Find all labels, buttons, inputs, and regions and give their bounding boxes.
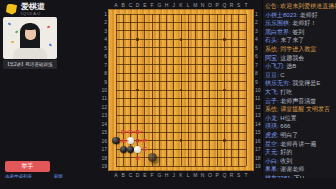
teacher-webcam	[3, 17, 57, 59]
col-label-bottom: B	[120, 172, 126, 178]
col-label-top: D	[135, 2, 141, 8]
chat-message[interactable]: 云子: 老师声音清楚	[265, 97, 336, 106]
star-point	[223, 38, 226, 41]
chat-message[interactable]: 公告: 欢迎来到爱棋道直播教室	[265, 2, 336, 11]
col-label-top: P	[214, 2, 220, 8]
star-point	[180, 139, 183, 142]
confetti	[11, 41, 14, 43]
chat-message[interactable]: 系统: 课堂提醒 文明发言	[265, 105, 336, 114]
grid-line-v	[246, 14, 247, 166]
row-label-left: 16	[99, 138, 107, 144]
confetti	[47, 26, 50, 28]
brand-logo-icon	[6, 4, 17, 15]
chat-panel[interactable]: 公告: 欢迎来到爱棋道直播教室小棋士8023: 老师好乐乐围棋: 老师好！黑白世…	[262, 0, 336, 189]
col-label-bottom: J	[171, 172, 177, 178]
board-label-E: E	[136, 138, 140, 144]
chat-message[interactable]: 棋乐无穷: 我觉得是E	[265, 79, 336, 88]
chat-message[interactable]: 乐乐围棋: 老师好！	[265, 19, 336, 28]
chat-username: 大飞:	[265, 89, 279, 95]
person-bangs	[23, 24, 37, 30]
bottom-toolbar: 12:30 / 45:00 100% ⛶ ➤✎▢◯⬚↺	[0, 178, 336, 189]
chat-username: 小棋士8023:	[265, 12, 298, 18]
col-label-bottom: K	[178, 172, 184, 178]
raise-hand-button[interactable]: 举手	[5, 161, 50, 172]
col-label-bottom: A	[113, 172, 119, 178]
col-label-bottom: F	[149, 172, 155, 178]
annotation-dash	[125, 140, 128, 141]
row-label-left: 4	[99, 36, 107, 42]
row-label-left: 13	[99, 112, 107, 118]
board-label-B: B	[121, 129, 125, 135]
chat-text: H位置	[279, 115, 297, 121]
chat-text: 老师再讲一遍	[279, 141, 317, 147]
star-point	[180, 89, 183, 92]
board-label-A: A	[121, 138, 125, 144]
row-label-left: 15	[99, 129, 107, 135]
star-point	[180, 38, 183, 41]
col-label-top: L	[185, 2, 191, 8]
chat-username: 琪琪:	[265, 123, 279, 129]
col-label-top: S	[236, 2, 242, 8]
chat-message[interactable]: 小龙: H位置	[265, 114, 336, 123]
row-label-left: 17	[99, 146, 107, 152]
chat-username: 石头:	[265, 37, 279, 43]
grid-line-v	[231, 14, 232, 166]
chat-username: 星空:	[265, 141, 279, 147]
chat-username: 阿宝:	[265, 55, 279, 61]
row-label-left: 12	[99, 104, 107, 110]
col-label-top: M	[192, 2, 198, 8]
col-label-bottom: P	[214, 172, 220, 178]
col-label-bottom: O	[207, 172, 213, 178]
row-label-left: 1	[99, 11, 107, 17]
chat-text: 来了来了	[279, 37, 305, 43]
grid-line-h	[116, 115, 246, 116]
chat-message[interactable]: 系统: 同学进入教室	[265, 45, 336, 54]
col-label-top: G	[156, 2, 162, 8]
col-label-top: H	[164, 2, 170, 8]
chat-text: 好的	[279, 149, 293, 155]
chat-text: 明白了	[279, 132, 299, 138]
chat-username: 天元:	[265, 149, 279, 155]
col-label-bottom: N	[200, 172, 206, 178]
col-label-bottom: Q	[221, 172, 227, 178]
row-label-left: 6	[99, 53, 107, 59]
chat-text: 老师好！	[291, 20, 317, 26]
row-label-left: 11	[99, 95, 107, 101]
board-label-D: D	[135, 129, 139, 135]
col-label-top: C	[127, 2, 133, 8]
col-label-bottom: G	[156, 172, 162, 178]
lesson-title-bar: 【第2讲】死活基础训练	[3, 60, 57, 69]
col-label-top: E	[142, 2, 148, 8]
chat-text: 签到	[291, 29, 305, 35]
chat-username: 小龙:	[265, 115, 279, 121]
grid-line-h	[116, 123, 246, 124]
col-label-bottom: C	[127, 172, 133, 178]
white-stone-D17[interactable]	[134, 146, 141, 153]
col-label-bottom: L	[185, 172, 191, 178]
app-window: 爱棋道 IQIDAO 【第2讲】死活基础训练 举手 连麦申请列表 刷新 AA11…	[0, 0, 336, 189]
annotation-dash	[140, 132, 143, 133]
chat-message[interactable]: 小飞刀: 选B	[265, 62, 336, 71]
star-point	[136, 89, 139, 92]
col-label-bottom: D	[135, 172, 141, 178]
confetti	[15, 30, 18, 33]
confetti	[8, 22, 11, 25]
chat-username: 棋乐无穷:	[265, 80, 291, 86]
board-label-F: F	[143, 138, 147, 144]
grid-line-v	[217, 14, 218, 166]
chat-username: 乐乐围棋:	[265, 20, 291, 26]
star-point	[223, 139, 226, 142]
row-label-left: 2	[99, 19, 107, 25]
col-label-bottom: T	[243, 172, 249, 178]
chat-text: C	[279, 72, 285, 78]
grid-line-v	[202, 14, 203, 166]
person-shirt	[13, 48, 47, 59]
last-move-shadow-stone[interactable]	[148, 153, 157, 162]
col-label-top: R	[229, 2, 235, 8]
grid-line-h	[116, 106, 246, 107]
col-label-bottom: M	[192, 172, 198, 178]
col-label-bottom: E	[142, 172, 148, 178]
chat-message[interactable]: 豆豆: C	[265, 71, 336, 80]
col-label-top: N	[200, 2, 206, 8]
chat-text: 选B	[285, 63, 297, 69]
grid-line-v	[188, 14, 189, 166]
chat-text: 老师声音清楚	[279, 98, 317, 104]
col-label-top: A	[113, 2, 119, 8]
col-label-bottom: R	[229, 172, 235, 178]
chat-text: 打吃	[279, 89, 293, 95]
chat-text: 老师好	[298, 12, 318, 18]
row-label-left: 8	[99, 70, 107, 76]
col-label-top: K	[178, 2, 184, 8]
star-point	[223, 89, 226, 92]
chat-text: 我觉得是E	[291, 80, 321, 86]
go-board[interactable]: ABCDEFGH	[108, 9, 254, 171]
star-point	[136, 38, 139, 41]
chat-message[interactable]: 小棋士8023: 老师好	[265, 11, 336, 20]
row-label-left: 18	[99, 155, 107, 161]
col-label-top: F	[149, 2, 155, 8]
chat-message[interactable]: 大飞: 打吃	[265, 88, 336, 97]
brand-name: 爱棋道 IQIDAO	[21, 3, 45, 16]
row-label-left: 3	[99, 28, 107, 34]
black-stone-B17[interactable]	[120, 146, 127, 153]
board-label-G: G	[143, 146, 148, 152]
chat-message[interactable]: 黑白世界: 签到	[265, 28, 336, 37]
chat-username: 黑白世界:	[265, 29, 291, 35]
chat-text: 这题我会	[279, 55, 305, 61]
grid-line-h	[116, 166, 246, 167]
col-label-top: O	[207, 2, 213, 8]
brand-name-text: 爱棋道	[21, 2, 45, 11]
chat-text: 谢谢老师	[279, 166, 305, 172]
black-stone-C17[interactable]	[127, 146, 134, 153]
row-label-left: 9	[99, 79, 107, 85]
confetti	[49, 43, 52, 46]
col-label-bottom: S	[236, 172, 242, 178]
row-label-left: 5	[99, 45, 107, 51]
chat-message[interactable]: 小白: 收到	[265, 157, 336, 166]
row-label-left: 14	[99, 121, 107, 127]
chat-username: 小白:	[265, 158, 279, 164]
chat-message[interactable]: 果果: 谢谢老师	[265, 165, 336, 174]
chat-message[interactable]: 琪琪: 666	[265, 122, 336, 131]
chat-username: 虎虎:	[265, 132, 279, 138]
row-label-left: 10	[99, 87, 107, 93]
board-label-H: H	[135, 155, 139, 161]
col-label-bottom: H	[164, 172, 170, 178]
grid-line-v	[238, 14, 239, 166]
chat-username: 云子:	[265, 98, 279, 104]
row-label-left: 7	[99, 62, 107, 68]
brand-logo: 爱棋道 IQIDAO	[6, 2, 45, 16]
chat-text: 收到	[279, 158, 293, 164]
chat-text: 666	[279, 123, 291, 129]
chat-message[interactable]: 星空: 老师再讲一遍	[265, 140, 336, 149]
brand-sub: IQIDAO	[21, 11, 45, 16]
col-label-top: T	[243, 2, 249, 8]
board-label-C: C	[128, 129, 132, 135]
col-label-top: Q	[221, 2, 227, 8]
col-label-top: B	[120, 2, 126, 8]
chat-username: 豆豆:	[265, 72, 279, 78]
chat-message[interactable]: 阿宝: 这题我会	[265, 54, 336, 63]
chat-username: 果果:	[265, 166, 279, 172]
chat-message[interactable]: 虎虎: 明白了	[265, 131, 336, 140]
chat-message[interactable]: 天元: 好的	[265, 148, 336, 157]
col-label-top: J	[171, 2, 177, 8]
row-label-left: 19	[99, 163, 107, 169]
chat-username: 小飞刀:	[265, 63, 285, 69]
chat-message[interactable]: 石头: 来了来了	[265, 36, 336, 45]
grid-line-v	[195, 14, 196, 166]
grid-line-h	[116, 98, 246, 99]
grid-line-v	[209, 14, 210, 166]
